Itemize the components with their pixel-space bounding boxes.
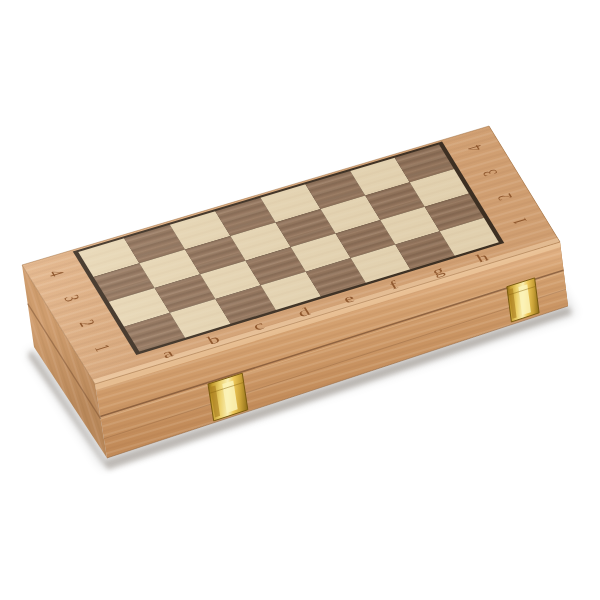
chess-box-photo: abcdefgh43214321 [0,0,600,600]
product-photo-chess-box: abcdefgh43214321 [0,0,600,600]
